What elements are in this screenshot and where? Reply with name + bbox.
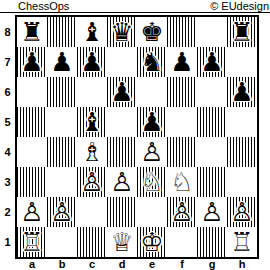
square-g6[interactable] [197,77,227,107]
rank-label-4: 4 [1,137,14,167]
square-f7[interactable]: ♟ [167,47,197,77]
square-d4[interactable] [107,137,137,167]
square-f2[interactable]: ♙ [167,197,197,227]
piece-white-pawn[interactable]: ♙ [167,197,197,227]
square-d2[interactable] [107,197,137,227]
piece-black-king[interactable]: ♚ [137,17,167,47]
square-c3[interactable]: ♙ [77,167,107,197]
piece-white-pawn[interactable]: ♙ [197,197,227,227]
square-c4[interactable]: ♗ [77,137,107,167]
piece-white-pawn[interactable]: ♙ [137,137,167,167]
rank-label-7: 7 [1,47,14,77]
app-title: ChessOps [18,0,69,12]
square-c1[interactable] [77,227,107,257]
square-g7[interactable]: ♟ [197,47,227,77]
square-a6[interactable] [17,77,47,107]
piece-black-pawn[interactable]: ♟ [77,47,107,77]
piece-black-queen[interactable]: ♛ [107,17,137,47]
file-label-b: b [47,258,77,270]
square-a7[interactable]: ♟ [17,47,47,77]
square-b4[interactable] [47,137,77,167]
square-g8[interactable] [197,17,227,47]
square-e1[interactable]: ♔ [137,227,167,257]
title-bar: ChessOps © EUdesign [0,0,270,13]
piece-white-pawn[interactable]: ♙ [17,197,47,227]
chess-board: ♜♝♛♚♜♟♟♟♞♟♟♟♟♝♟♗♙♙♙♘♘♙♙♙♙♙♖♕♔♖ [17,17,257,257]
rank-label-5: 5 [1,107,14,137]
square-g1[interactable] [197,227,227,257]
square-f6[interactable] [167,77,197,107]
piece-white-rook[interactable]: ♖ [227,227,257,257]
square-a3[interactable] [17,167,47,197]
piece-white-rook[interactable]: ♖ [17,227,47,257]
square-b1[interactable] [47,227,77,257]
square-b2[interactable]: ♙ [47,197,77,227]
piece-white-knight[interactable]: ♘ [137,167,167,197]
square-e4[interactable]: ♙ [137,137,167,167]
piece-black-pawn[interactable]: ♟ [17,47,47,77]
credit-text: © EUdesign [210,0,269,12]
square-f4[interactable] [167,137,197,167]
square-h5[interactable] [227,107,257,137]
square-c5[interactable]: ♝ [77,107,107,137]
square-h1[interactable]: ♖ [227,227,257,257]
square-f3[interactable]: ♘ [167,167,197,197]
piece-black-rook[interactable]: ♜ [227,17,257,47]
piece-black-pawn[interactable]: ♟ [137,107,167,137]
piece-white-pawn[interactable]: ♙ [47,197,77,227]
square-g3[interactable] [197,167,227,197]
rank-label-2: 2 [1,197,14,227]
file-label-f: f [167,258,197,270]
chess-board-frame: ♜♝♛♚♜♟♟♟♞♟♟♟♟♝♟♗♙♙♙♘♘♙♙♙♙♙♖♕♔♖ [15,15,259,259]
square-d5[interactable] [107,107,137,137]
file-label-g: g [197,258,227,270]
piece-black-rook[interactable]: ♜ [17,17,47,47]
piece-black-knight[interactable]: ♞ [137,47,167,77]
square-f5[interactable] [167,107,197,137]
rank-label-3: 3 [1,167,14,197]
square-h6[interactable]: ♟ [227,77,257,107]
square-a8[interactable]: ♜ [17,17,47,47]
square-e7[interactable]: ♞ [137,47,167,77]
square-e3[interactable]: ♘ [137,167,167,197]
square-f8[interactable] [167,17,197,47]
square-b8[interactable] [47,17,77,47]
square-a2[interactable]: ♙ [17,197,47,227]
square-a5[interactable] [17,107,47,137]
square-h7[interactable] [227,47,257,77]
square-g5[interactable] [197,107,227,137]
piece-black-pawn[interactable]: ♟ [227,77,257,107]
square-b7[interactable]: ♟ [47,47,77,77]
piece-white-pawn[interactable]: ♙ [77,167,107,197]
piece-white-pawn[interactable]: ♙ [227,197,257,227]
square-c8[interactable]: ♝ [77,17,107,47]
file-label-h: h [227,258,257,270]
square-d3[interactable]: ♙ [107,167,137,197]
square-c6[interactable] [77,77,107,107]
square-e2[interactable] [137,197,167,227]
square-d8[interactable]: ♛ [107,17,137,47]
square-d6[interactable]: ♟ [107,77,137,107]
file-label-e: e [137,258,167,270]
square-a4[interactable] [17,137,47,167]
square-e6[interactable] [137,77,167,107]
rank-label-8: 8 [1,17,14,47]
square-c7[interactable]: ♟ [77,47,107,77]
square-g2[interactable]: ♙ [197,197,227,227]
file-label-c: c [77,258,107,270]
square-b3[interactable] [47,167,77,197]
square-g4[interactable] [197,137,227,167]
square-c2[interactable] [77,197,107,227]
piece-black-pawn[interactable]: ♟ [47,47,77,77]
square-h2[interactable]: ♙ [227,197,257,227]
square-d7[interactable] [107,47,137,77]
piece-black-pawn[interactable]: ♟ [167,47,197,77]
square-e8[interactable]: ♚ [137,17,167,47]
square-h4[interactable] [227,137,257,167]
square-b6[interactable] [47,77,77,107]
piece-white-king[interactable]: ♔ [137,227,167,257]
square-b5[interactable] [47,107,77,137]
piece-white-knight[interactable]: ♘ [167,167,197,197]
square-f1[interactable] [167,227,197,257]
square-h3[interactable] [227,167,257,197]
piece-white-pawn[interactable]: ♙ [107,167,137,197]
square-a1[interactable]: ♖ [17,227,47,257]
file-label-d: d [107,258,137,270]
rank-label-1: 1 [1,227,14,257]
piece-black-pawn[interactable]: ♟ [197,47,227,77]
piece-white-bishop[interactable]: ♗ [77,137,107,167]
piece-black-bishop[interactable]: ♝ [77,17,107,47]
rank-label-6: 6 [1,77,14,107]
square-e5[interactable]: ♟ [137,107,167,137]
piece-white-queen[interactable]: ♕ [107,227,137,257]
file-label-a: a [17,258,47,270]
square-h8[interactable]: ♜ [227,17,257,47]
square-d1[interactable]: ♕ [107,227,137,257]
piece-black-pawn[interactable]: ♟ [107,77,137,107]
piece-black-bishop[interactable]: ♝ [77,107,107,137]
